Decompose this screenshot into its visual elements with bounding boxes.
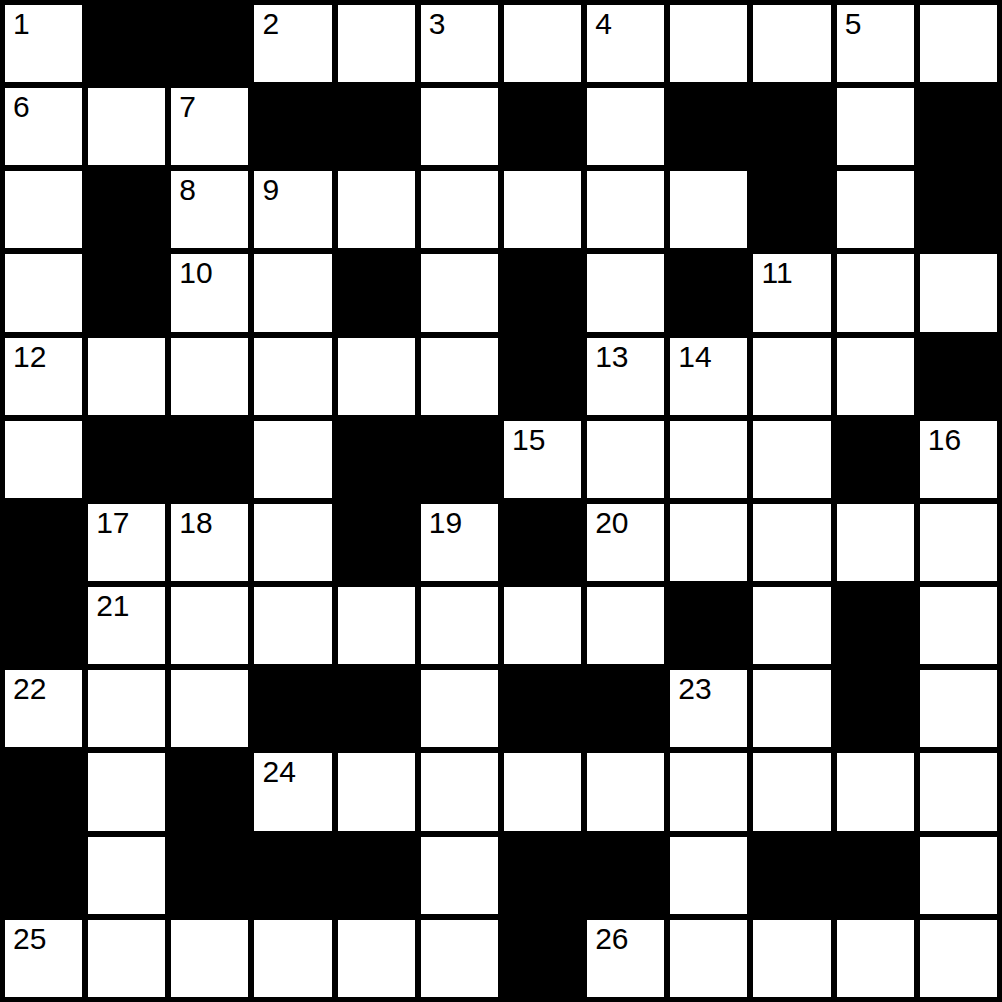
black-cell-r3c1 <box>88 254 165 331</box>
black-cell-r5c4 <box>338 421 415 498</box>
black-cell-r3c4 <box>338 254 415 331</box>
white-cell-r3c10[interactable] <box>837 254 914 331</box>
white-cell-r3c0[interactable] <box>5 254 82 331</box>
white-cell-r3c11[interactable] <box>920 254 997 331</box>
white-cell-r9c8[interactable] <box>670 753 747 830</box>
black-cell-r6c6 <box>504 504 581 581</box>
white-cell-r2c3[interactable]: 9 <box>254 171 331 248</box>
white-cell-r9c7[interactable] <box>587 753 664 830</box>
white-cell-r9c11[interactable] <box>920 753 997 830</box>
black-cell-r10c10 <box>837 837 914 914</box>
black-cell-r8c4 <box>338 670 415 747</box>
white-cell-r0c7[interactable]: 4 <box>587 5 664 82</box>
white-cell-r8c8[interactable]: 23 <box>670 670 747 747</box>
white-cell-r10c8[interactable] <box>670 837 747 914</box>
white-cell-r6c2[interactable]: 18 <box>171 504 248 581</box>
black-cell-r7c8 <box>670 587 747 664</box>
black-cell-r6c4 <box>338 504 415 581</box>
clue-number-5: 5 <box>845 7 862 40</box>
white-cell-r7c6[interactable] <box>504 587 581 664</box>
black-cell-r10c9 <box>753 837 830 914</box>
white-cell-r11c2[interactable] <box>171 920 248 997</box>
clue-number-1: 1 <box>13 7 30 40</box>
white-cell-r5c3[interactable] <box>254 421 331 498</box>
white-cell-r11c5[interactable] <box>421 920 498 997</box>
black-cell-r5c5 <box>421 421 498 498</box>
white-cell-r8c11[interactable] <box>920 670 997 747</box>
clue-number-26: 26 <box>595 922 628 955</box>
clue-number-4: 4 <box>595 7 612 40</box>
white-cell-r7c7[interactable] <box>587 587 664 664</box>
white-cell-r9c9[interactable] <box>753 753 830 830</box>
black-cell-r0c2 <box>171 5 248 82</box>
white-cell-r8c9[interactable] <box>753 670 830 747</box>
black-cell-r1c3 <box>254 88 331 165</box>
clue-number-25: 25 <box>13 922 46 955</box>
black-cell-r8c6 <box>504 670 581 747</box>
white-cell-r6c1[interactable]: 17 <box>88 504 165 581</box>
white-cell-r11c7[interactable]: 26 <box>587 920 664 997</box>
clue-number-20: 20 <box>595 506 628 539</box>
black-cell-r2c11 <box>920 171 997 248</box>
white-cell-r11c4[interactable] <box>338 920 415 997</box>
clue-number-10: 10 <box>179 256 212 289</box>
white-cell-r11c9[interactable] <box>753 920 830 997</box>
black-cell-r11c6 <box>504 920 581 997</box>
white-cell-r0c11[interactable] <box>920 5 997 82</box>
black-cell-r1c11 <box>920 88 997 165</box>
white-cell-r1c10[interactable] <box>837 88 914 165</box>
black-cell-r9c2 <box>171 753 248 830</box>
white-cell-r0c0[interactable]: 1 <box>5 5 82 82</box>
black-cell-r5c1 <box>88 421 165 498</box>
white-cell-r11c3[interactable] <box>254 920 331 997</box>
clue-number-11: 11 <box>761 256 792 289</box>
clue-number-21: 21 <box>96 589 129 622</box>
white-cell-r5c9[interactable] <box>753 421 830 498</box>
black-cell-r1c8 <box>670 88 747 165</box>
white-cell-r3c9[interactable]: 11 <box>753 254 830 331</box>
clue-number-17: 17 <box>96 506 129 539</box>
white-cell-r5c6[interactable]: 15 <box>504 421 581 498</box>
white-cell-r4c1[interactable] <box>88 338 165 415</box>
white-cell-r11c8[interactable] <box>670 920 747 997</box>
black-cell-r10c2 <box>171 837 248 914</box>
black-cell-r8c7 <box>587 670 664 747</box>
white-cell-r2c2[interactable]: 8 <box>171 171 248 248</box>
white-cell-r7c3[interactable] <box>254 587 331 664</box>
clue-number-24: 24 <box>262 755 295 788</box>
black-cell-r4c11 <box>920 338 997 415</box>
clue-number-18: 18 <box>179 506 212 539</box>
white-cell-r8c5[interactable] <box>421 670 498 747</box>
black-cell-r10c7 <box>587 837 664 914</box>
white-cell-r11c1[interactable] <box>88 920 165 997</box>
white-cell-r4c5[interactable] <box>421 338 498 415</box>
clue-number-8: 8 <box>179 173 196 206</box>
white-cell-r4c10[interactable] <box>837 338 914 415</box>
white-cell-r9c3[interactable]: 24 <box>254 753 331 830</box>
white-cell-r5c7[interactable] <box>587 421 664 498</box>
white-cell-r7c4[interactable] <box>338 587 415 664</box>
black-cell-r2c1 <box>88 171 165 248</box>
clue-number-13: 13 <box>595 340 628 373</box>
clue-number-7: 7 <box>179 90 196 123</box>
clue-number-16: 16 <box>928 423 961 456</box>
white-cell-r10c11[interactable] <box>920 837 997 914</box>
white-cell-r9c10[interactable] <box>837 753 914 830</box>
white-cell-r7c9[interactable] <box>753 587 830 664</box>
white-cell-r0c9[interactable] <box>753 5 830 82</box>
white-cell-r4c9[interactable] <box>753 338 830 415</box>
white-cell-r7c5[interactable] <box>421 587 498 664</box>
white-cell-r0c8[interactable] <box>670 5 747 82</box>
black-cell-r1c6 <box>504 88 581 165</box>
white-cell-r2c8[interactable] <box>670 171 747 248</box>
black-cell-r8c10 <box>837 670 914 747</box>
clue-number-19: 19 <box>429 506 462 539</box>
clue-number-2: 2 <box>262 7 279 40</box>
white-cell-r7c1[interactable]: 21 <box>88 587 165 664</box>
black-cell-r9c0 <box>5 753 82 830</box>
white-cell-r5c0[interactable] <box>5 421 82 498</box>
black-cell-r6c0 <box>5 504 82 581</box>
white-cell-r5c11[interactable]: 16 <box>920 421 997 498</box>
black-cell-r8c3 <box>254 670 331 747</box>
clue-number-15: 15 <box>512 423 545 456</box>
clue-number-9: 9 <box>262 173 279 206</box>
white-cell-r11c0[interactable]: 25 <box>5 920 82 997</box>
white-cell-r2c7[interactable] <box>587 171 664 248</box>
clue-number-3: 3 <box>429 7 446 40</box>
clue-number-23: 23 <box>678 672 711 705</box>
white-cell-r6c7[interactable]: 20 <box>587 504 664 581</box>
black-cell-r10c4 <box>338 837 415 914</box>
black-cell-r5c10 <box>837 421 914 498</box>
white-cell-r0c4[interactable] <box>338 5 415 82</box>
white-cell-r10c5[interactable] <box>421 837 498 914</box>
white-cell-r1c0[interactable]: 6 <box>5 88 82 165</box>
black-cell-r7c0 <box>5 587 82 664</box>
white-cell-r6c8[interactable] <box>670 504 747 581</box>
white-cell-r2c10[interactable] <box>837 171 914 248</box>
black-cell-r5c2 <box>171 421 248 498</box>
white-cell-r8c2[interactable] <box>171 670 248 747</box>
clue-number-14: 14 <box>678 340 711 373</box>
white-cell-r6c3[interactable] <box>254 504 331 581</box>
white-cell-r6c9[interactable] <box>753 504 830 581</box>
white-cell-r5c8[interactable] <box>670 421 747 498</box>
white-cell-r9c4[interactable] <box>338 753 415 830</box>
white-cell-r0c5[interactable]: 3 <box>421 5 498 82</box>
white-cell-r9c6[interactable] <box>504 753 581 830</box>
white-cell-r0c3[interactable]: 2 <box>254 5 331 82</box>
white-cell-r3c5[interactable] <box>421 254 498 331</box>
white-cell-r4c3[interactable] <box>254 338 331 415</box>
white-cell-r3c2[interactable]: 10 <box>171 254 248 331</box>
white-cell-r8c1[interactable] <box>88 670 165 747</box>
white-cell-r6c5[interactable]: 19 <box>421 504 498 581</box>
white-cell-r1c5[interactable] <box>421 88 498 165</box>
black-cell-r2c9 <box>753 171 830 248</box>
white-cell-r1c1[interactable] <box>88 88 165 165</box>
white-cell-r11c11[interactable] <box>920 920 997 997</box>
black-cell-r3c8 <box>670 254 747 331</box>
white-cell-r4c2[interactable] <box>171 338 248 415</box>
white-cell-r4c0[interactable]: 12 <box>5 338 82 415</box>
white-cell-r3c7[interactable] <box>587 254 664 331</box>
white-cell-r6c10[interactable] <box>837 504 914 581</box>
white-cell-r11c10[interactable] <box>837 920 914 997</box>
white-cell-r3c3[interactable] <box>254 254 331 331</box>
white-cell-r0c6[interactable] <box>504 5 581 82</box>
white-cell-r0c10[interactable]: 5 <box>837 5 914 82</box>
white-cell-r2c4[interactable] <box>338 171 415 248</box>
white-cell-r9c1[interactable] <box>88 753 165 830</box>
white-cell-r6c11[interactable] <box>920 504 997 581</box>
white-cell-r4c8[interactable]: 14 <box>670 338 747 415</box>
black-cell-r3c6 <box>504 254 581 331</box>
white-cell-r2c5[interactable] <box>421 171 498 248</box>
black-cell-r4c6 <box>504 338 581 415</box>
black-cell-r1c4 <box>338 88 415 165</box>
black-cell-r10c6 <box>504 837 581 914</box>
black-cell-r10c0 <box>5 837 82 914</box>
white-cell-r2c0[interactable] <box>5 171 82 248</box>
white-cell-r7c2[interactable] <box>171 587 248 664</box>
white-cell-r2c6[interactable] <box>504 171 581 248</box>
white-cell-r7c11[interactable] <box>920 587 997 664</box>
clue-number-6: 6 <box>13 90 30 123</box>
white-cell-r4c4[interactable] <box>338 338 415 415</box>
white-cell-r8c0[interactable]: 22 <box>5 670 82 747</box>
black-cell-r7c10 <box>837 587 914 664</box>
black-cell-r1c9 <box>753 88 830 165</box>
white-cell-r1c7[interactable] <box>587 88 664 165</box>
crossword-grid: 1234567891011121314151617181920212223242… <box>0 0 1002 1002</box>
clue-number-22: 22 <box>13 672 46 705</box>
clue-number-12: 12 <box>13 340 46 373</box>
white-cell-r9c5[interactable] <box>421 753 498 830</box>
black-cell-r0c1 <box>88 5 165 82</box>
white-cell-r1c2[interactable]: 7 <box>171 88 248 165</box>
white-cell-r4c7[interactable]: 13 <box>587 338 664 415</box>
white-cell-r10c1[interactable] <box>88 837 165 914</box>
black-cell-r10c3 <box>254 837 331 914</box>
